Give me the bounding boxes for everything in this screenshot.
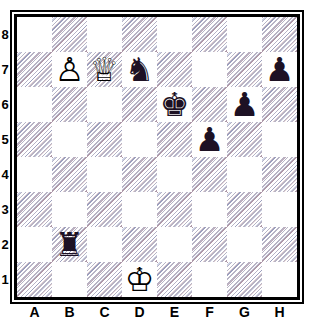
square-b7[interactable]: ♟♙ xyxy=(52,52,87,87)
square-g8[interactable] xyxy=(227,17,262,52)
square-h4[interactable] xyxy=(262,157,297,192)
piece-bP-g6[interactable]: ♟ xyxy=(227,87,262,122)
square-c3[interactable] xyxy=(87,192,122,227)
square-c4[interactable] xyxy=(87,157,122,192)
rank-label-2: 2 xyxy=(0,227,10,262)
board-inner-border: ♟♙♛♕♞♟♚♟♟♜♚♔ xyxy=(14,14,300,300)
piece-bK-e6[interactable]: ♚ xyxy=(157,87,192,122)
square-f8[interactable] xyxy=(192,17,227,52)
square-f2[interactable] xyxy=(192,227,227,262)
piece-glyph: ♔ xyxy=(122,262,157,297)
piece-glyph: ♟ xyxy=(262,52,297,87)
square-e2[interactable] xyxy=(157,227,192,262)
file-label-f: F xyxy=(192,304,227,320)
square-f7[interactable] xyxy=(192,52,227,87)
file-label-d: D xyxy=(122,304,157,320)
square-d1[interactable]: ♚♔ xyxy=(122,262,157,297)
chess-diagram: 87654321 ♟♙♛♕♞♟♚♟♟♜♚♔ ABCDEFGH xyxy=(0,0,314,320)
square-d4[interactable] xyxy=(122,157,157,192)
square-f1[interactable] xyxy=(192,262,227,297)
square-b8[interactable] xyxy=(52,17,87,52)
piece-wK-d1[interactable]: ♚♔ xyxy=(122,262,157,297)
square-b4[interactable] xyxy=(52,157,87,192)
square-h7[interactable]: ♟ xyxy=(262,52,297,87)
square-d2[interactable] xyxy=(122,227,157,262)
square-h6[interactable] xyxy=(262,87,297,122)
piece-glyph: ♕ xyxy=(87,52,122,87)
square-g6[interactable]: ♟ xyxy=(227,87,262,122)
square-g1[interactable] xyxy=(227,262,262,297)
piece-glyph: ♟ xyxy=(192,122,227,157)
square-a5[interactable] xyxy=(17,122,52,157)
square-f3[interactable] xyxy=(192,192,227,227)
rank-labels: 87654321 xyxy=(0,17,10,297)
board-frame: ♟♙♛♕♞♟♚♟♟♜♚♔ xyxy=(10,10,304,304)
square-b2[interactable]: ♜ xyxy=(52,227,87,262)
square-g5[interactable] xyxy=(227,122,262,157)
file-label-c: C xyxy=(87,304,122,320)
square-h5[interactable] xyxy=(262,122,297,157)
square-e5[interactable] xyxy=(157,122,192,157)
square-e8[interactable] xyxy=(157,17,192,52)
chess-board: ♟♙♛♕♞♟♚♟♟♜♚♔ xyxy=(17,17,297,297)
square-e1[interactable] xyxy=(157,262,192,297)
square-e7[interactable] xyxy=(157,52,192,87)
rank-label-8: 8 xyxy=(0,17,10,52)
file-label-h: H xyxy=(262,304,297,320)
square-c2[interactable] xyxy=(87,227,122,262)
square-e3[interactable] xyxy=(157,192,192,227)
square-b5[interactable] xyxy=(52,122,87,157)
file-label-a: A xyxy=(17,304,52,320)
square-d5[interactable] xyxy=(122,122,157,157)
square-c6[interactable] xyxy=(87,87,122,122)
file-label-e: E xyxy=(157,304,192,320)
square-g2[interactable] xyxy=(227,227,262,262)
square-h2[interactable] xyxy=(262,227,297,262)
square-b6[interactable] xyxy=(52,87,87,122)
square-e4[interactable] xyxy=(157,157,192,192)
square-a6[interactable] xyxy=(17,87,52,122)
square-c5[interactable] xyxy=(87,122,122,157)
square-h1[interactable] xyxy=(262,262,297,297)
square-a8[interactable] xyxy=(17,17,52,52)
rank-label-4: 4 xyxy=(0,157,10,192)
file-label-b: B xyxy=(52,304,87,320)
square-g7[interactable] xyxy=(227,52,262,87)
rank-label-3: 3 xyxy=(0,192,10,227)
square-c1[interactable] xyxy=(87,262,122,297)
square-d3[interactable] xyxy=(122,192,157,227)
rank-label-6: 6 xyxy=(0,87,10,122)
piece-bR-b2[interactable]: ♜ xyxy=(52,227,87,262)
square-b3[interactable] xyxy=(52,192,87,227)
square-a4[interactable] xyxy=(17,157,52,192)
rank-label-5: 5 xyxy=(0,122,10,157)
square-a7[interactable] xyxy=(17,52,52,87)
square-a2[interactable] xyxy=(17,227,52,262)
piece-wP-b7[interactable]: ♟♙ xyxy=(52,52,87,87)
piece-wQ-c7[interactable]: ♛♕ xyxy=(87,52,122,87)
square-d6[interactable] xyxy=(122,87,157,122)
piece-bP-f5[interactable]: ♟ xyxy=(192,122,227,157)
piece-glyph: ♚ xyxy=(157,87,192,122)
square-b1[interactable] xyxy=(52,262,87,297)
piece-bN-d7[interactable]: ♞ xyxy=(122,52,157,87)
square-g3[interactable] xyxy=(227,192,262,227)
square-a3[interactable] xyxy=(17,192,52,227)
rank-label-7: 7 xyxy=(0,52,10,87)
square-a1[interactable] xyxy=(17,262,52,297)
file-labels: ABCDEFGH xyxy=(17,304,297,320)
square-h3[interactable] xyxy=(262,192,297,227)
file-label-g: G xyxy=(227,304,262,320)
square-c7[interactable]: ♛♕ xyxy=(87,52,122,87)
square-d7[interactable]: ♞ xyxy=(122,52,157,87)
rank-label-1: 1 xyxy=(0,262,10,297)
square-g4[interactable] xyxy=(227,157,262,192)
square-f4[interactable] xyxy=(192,157,227,192)
square-f5[interactable]: ♟ xyxy=(192,122,227,157)
piece-glyph: ♞ xyxy=(122,52,157,87)
square-h8[interactable] xyxy=(262,17,297,52)
square-e6[interactable]: ♚ xyxy=(157,87,192,122)
square-f6[interactable] xyxy=(192,87,227,122)
square-d8[interactable] xyxy=(122,17,157,52)
piece-glyph: ♟ xyxy=(227,87,262,122)
piece-glyph: ♙ xyxy=(52,52,87,87)
square-c8[interactable] xyxy=(87,17,122,52)
piece-bP-h7[interactable]: ♟ xyxy=(262,52,297,87)
piece-glyph: ♜ xyxy=(52,227,87,262)
